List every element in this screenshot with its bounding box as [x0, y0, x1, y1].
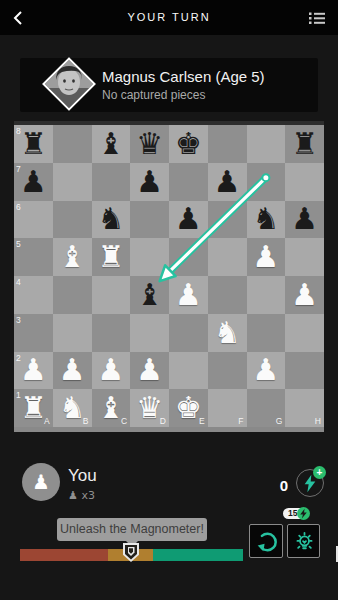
player-captured: ♟ x3 — [68, 489, 95, 502]
file-label: B — [83, 416, 89, 426]
white-pawn[interactable]: ♟ — [285, 276, 324, 314]
captured-pawn-icon: ♟ — [68, 489, 78, 502]
square-h5[interactable] — [285, 238, 324, 276]
square-e1[interactable]: ♚E — [169, 389, 208, 427]
square-c2[interactable]: ♟ — [92, 352, 131, 390]
square-d3[interactable] — [130, 314, 169, 352]
square-b2[interactable]: ♟ — [53, 352, 92, 390]
rank-label: 2 — [16, 353, 21, 363]
rank-label: 3 — [16, 315, 21, 325]
rank-label: 6 — [16, 202, 21, 212]
square-d1[interactable]: ♛D — [130, 389, 169, 427]
player-name: You — [68, 466, 97, 486]
square-g3[interactable] — [247, 314, 286, 352]
file-label: F — [238, 416, 243, 426]
square-c6[interactable]: ♞ — [92, 201, 131, 239]
square-e8[interactable]: ♚ — [169, 125, 208, 163]
black-knight[interactable]: ♞ — [92, 201, 131, 239]
square-e2[interactable] — [169, 352, 208, 390]
square-f1[interactable]: F — [208, 389, 247, 427]
square-d2[interactable]: ♟ — [130, 352, 169, 390]
black-pawn[interactable]: ♟ — [130, 163, 169, 201]
square-f4[interactable] — [208, 276, 247, 314]
black-pawn[interactable]: ♟ — [285, 201, 324, 239]
hint-count-badge: 15 — [283, 508, 307, 519]
rank-label: 1 — [16, 390, 21, 400]
square-c3[interactable] — [92, 314, 131, 352]
file-label: E — [199, 416, 205, 426]
square-b8[interactable] — [53, 125, 92, 163]
white-pawn[interactable]: ♟ — [247, 352, 286, 390]
square-f3[interactable]: ♞ — [208, 314, 247, 352]
square-h8[interactable]: ♜ — [285, 125, 324, 163]
undo-icon — [254, 529, 280, 555]
square-a2[interactable]: ♟2 — [14, 352, 53, 390]
square-a8[interactable]: ♜8 — [14, 125, 53, 163]
square-h2[interactable] — [285, 352, 324, 390]
player-score: 0 — [268, 477, 288, 494]
square-a4[interactable]: 4 — [14, 276, 53, 314]
square-e6[interactable]: ♟ — [169, 201, 208, 239]
square-h3[interactable] — [285, 314, 324, 352]
white-pawn[interactable]: ♟ — [92, 352, 131, 390]
square-b3[interactable] — [53, 314, 92, 352]
chess-board-wrap: ♜8♝♛♚♜♟7♟♟6♞♟♞♟5♝♜♟4♝♟♟3♞♟2♟♟♟♟♜1A♞B♝C♛D… — [14, 121, 324, 432]
rank-label: 5 — [16, 239, 21, 249]
square-b7[interactable] — [53, 163, 92, 201]
square-a5[interactable]: 5 — [14, 238, 53, 276]
square-h4[interactable]: ♟ — [285, 276, 324, 314]
black-king[interactable]: ♚ — [169, 125, 208, 163]
undo-button[interactable] — [249, 524, 283, 558]
pawn-avatar-icon: ♟ — [32, 470, 50, 494]
hint-bolt-badge — [297, 507, 310, 520]
square-d4[interactable]: ♝ — [130, 276, 169, 314]
powerup-button[interactable]: + — [296, 469, 324, 497]
file-label: D — [160, 416, 166, 426]
top-bar: YOUR TURN — [0, 0, 338, 35]
page-title: YOUR TURN — [0, 0, 338, 35]
square-b5[interactable]: ♝ — [53, 238, 92, 276]
square-f8[interactable] — [208, 125, 247, 163]
opponent-card: Magnus Carlsen (Age 5) No captured piece… — [20, 58, 318, 112]
square-b1[interactable]: ♞B — [53, 389, 92, 427]
square-a7[interactable]: ♟7 — [14, 163, 53, 201]
square-f5[interactable] — [208, 238, 247, 276]
file-label: G — [276, 416, 283, 426]
square-e3[interactable] — [169, 314, 208, 352]
square-g2[interactable]: ♟ — [247, 352, 286, 390]
square-g6[interactable]: ♞ — [247, 201, 286, 239]
rank-label: 4 — [16, 277, 21, 287]
square-c8[interactable]: ♝ — [92, 125, 131, 163]
square-e4[interactable]: ♟ — [169, 276, 208, 314]
square-e5[interactable] — [169, 238, 208, 276]
black-bishop[interactable]: ♝ — [130, 276, 169, 314]
square-g5[interactable]: ♟ — [247, 238, 286, 276]
square-e7[interactable] — [169, 163, 208, 201]
file-label: C — [121, 416, 127, 426]
square-c5[interactable]: ♜ — [92, 238, 131, 276]
square-f6[interactable] — [208, 201, 247, 239]
square-g1[interactable]: G — [247, 389, 286, 427]
opponent-name: Magnus Carlsen (Age 5) — [102, 68, 265, 85]
square-c4[interactable] — [92, 276, 131, 314]
square-f7[interactable]: ♟ — [208, 163, 247, 201]
rank-label: 7 — [16, 164, 21, 174]
powerup-plus-badge: + — [313, 466, 326, 479]
black-pawn[interactable]: ♟ — [208, 163, 247, 201]
square-h6[interactable]: ♟ — [285, 201, 324, 239]
square-b4[interactable] — [53, 276, 92, 314]
board-bottom-edge — [14, 427, 324, 432]
player-avatar: ♟ — [22, 463, 60, 501]
lightbulb-icon — [292, 529, 317, 555]
square-f2[interactable] — [208, 352, 247, 390]
black-pawn[interactable]: ♟ — [169, 201, 208, 239]
black-rook[interactable]: ♜ — [285, 125, 324, 163]
opponent-avatar — [42, 57, 96, 111]
black-bishop[interactable]: ♝ — [92, 125, 131, 163]
square-d6[interactable] — [130, 201, 169, 239]
white-pawn[interactable]: ♟ — [247, 238, 286, 276]
square-h1[interactable]: H — [285, 389, 324, 427]
white-pawn[interactable]: ♟ — [53, 352, 92, 390]
opponent-captured-status: No captured pieces — [102, 88, 205, 102]
square-d8[interactable]: ♛ — [130, 125, 169, 163]
white-knight[interactable]: ♞ — [208, 314, 247, 352]
file-label: H — [315, 416, 321, 426]
hint-button[interactable] — [287, 524, 320, 558]
square-d7[interactable]: ♟ — [130, 163, 169, 201]
square-a6[interactable]: 6 — [14, 201, 53, 239]
file-label: A — [44, 416, 50, 426]
chess-board[interactable]: ♜8♝♛♚♜♟7♟♟6♞♟♞♟5♝♜♟4♝♟♟3♞♟2♟♟♟♟♜1A♞B♝C♛D… — [14, 125, 324, 427]
rank-label: 8 — [16, 126, 21, 136]
square-b6[interactable] — [53, 201, 92, 239]
white-bishop[interactable]: ♝ — [53, 238, 92, 276]
black-queen[interactable]: ♛ — [130, 125, 169, 163]
magnometer-tooltip: Unleash the Magnometer! — [57, 518, 207, 541]
magnometer-segment-red — [20, 549, 108, 561]
square-c1[interactable]: ♝C — [92, 389, 131, 427]
captured-count: x3 — [81, 489, 95, 502]
hint-count: 15 — [288, 508, 297, 518]
white-pawn[interactable]: ♟ — [130, 352, 169, 390]
square-g8[interactable] — [247, 125, 286, 163]
app-screen: YOUR TURN — [0, 0, 338, 600]
black-knight[interactable]: ♞ — [247, 201, 286, 239]
square-d5[interactable] — [130, 238, 169, 276]
square-a1[interactable]: ♜1A — [14, 389, 53, 427]
white-rook[interactable]: ♜ — [92, 238, 131, 276]
move-list-icon[interactable] — [308, 9, 326, 27]
square-c7[interactable] — [92, 163, 131, 201]
square-a3[interactable]: 3 — [14, 314, 53, 352]
magnometer-segment-green — [153, 549, 243, 561]
square-h7[interactable] — [285, 163, 324, 201]
white-pawn[interactable]: ♟ — [169, 276, 208, 314]
square-g7[interactable] — [247, 163, 286, 201]
square-g4[interactable] — [247, 276, 286, 314]
